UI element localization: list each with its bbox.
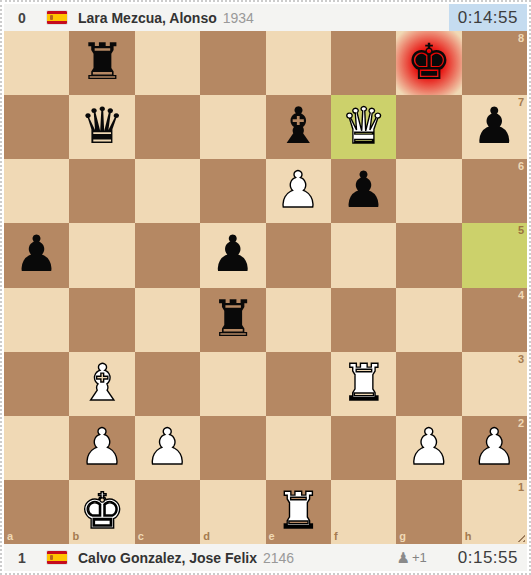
game-viewer: 0 Lara Mezcua, Alonso 1934 0:14:55 ♜♚8♛♝… <box>0 0 531 575</box>
square-e8[interactable] <box>266 31 331 95</box>
square-a4[interactable] <box>4 288 69 352</box>
square-b1[interactable]: ♚b <box>69 480 134 544</box>
rank-label-7: 7 <box>518 97 524 108</box>
bottom-player-clock: 0:15:55 <box>449 544 527 571</box>
square-c8[interactable] <box>135 31 200 95</box>
square-d3[interactable] <box>200 352 265 416</box>
square-d2[interactable] <box>200 416 265 480</box>
black-rook[interactable]: ♜ <box>210 294 255 344</box>
square-d1[interactable]: d <box>200 480 265 544</box>
rank-label-8: 8 <box>518 33 524 44</box>
player-bar-top: 0 Lara Mezcua, Alonso 1934 0:14:55 <box>4 4 527 31</box>
rank-label-6: 6 <box>518 161 524 172</box>
square-a8[interactable] <box>4 31 69 95</box>
spain-flag-icon <box>46 10 68 25</box>
square-h3[interactable]: 3 <box>462 352 527 416</box>
square-h5[interactable]: 5 <box>462 223 527 287</box>
square-h4[interactable]: 4 <box>462 288 527 352</box>
file-label-b: b <box>72 531 79 542</box>
white-king[interactable]: ♚ <box>80 486 125 536</box>
square-h7[interactable]: ♟7 <box>462 95 527 159</box>
file-label-c: c <box>138 531 144 542</box>
square-g1[interactable]: g <box>396 480 461 544</box>
chess-board: ♜♚8♛♝♛♟7♟♟6♟♟5♜4♝♜3♟♟♟♟2a♚bcd♜efg1h <box>4 31 527 544</box>
square-a5[interactable]: ♟ <box>4 223 69 287</box>
white-pawn[interactable]: ♟ <box>276 165 321 215</box>
bottom-player-score: 1 <box>4 550 40 566</box>
black-pawn[interactable]: ♟ <box>14 229 59 279</box>
square-g3[interactable] <box>396 352 461 416</box>
square-f4[interactable] <box>331 288 396 352</box>
square-g4[interactable] <box>396 288 461 352</box>
square-c6[interactable] <box>135 159 200 223</box>
square-e2[interactable] <box>266 416 331 480</box>
square-a2[interactable] <box>4 416 69 480</box>
white-rook[interactable]: ♜ <box>276 486 321 536</box>
square-b2[interactable]: ♟ <box>69 416 134 480</box>
square-d7[interactable] <box>200 95 265 159</box>
square-d6[interactable] <box>200 159 265 223</box>
material-advantage: ♟ +1 <box>396 550 426 565</box>
square-e7[interactable]: ♝ <box>266 95 331 159</box>
white-pawn[interactable]: ♟ <box>407 422 452 472</box>
black-queen[interactable]: ♛ <box>80 101 125 151</box>
square-g2[interactable]: ♟ <box>396 416 461 480</box>
rank-label-5: 5 <box>518 225 524 236</box>
square-e1[interactable]: ♜e <box>266 480 331 544</box>
square-a1[interactable]: a <box>4 480 69 544</box>
top-player-rating: 1934 <box>223 10 254 26</box>
white-queen[interactable]: ♛ <box>341 101 386 151</box>
material-value: +1 <box>412 550 427 565</box>
square-c5[interactable] <box>135 223 200 287</box>
square-d5[interactable]: ♟ <box>200 223 265 287</box>
rank-label-2: 2 <box>518 418 524 429</box>
white-bishop[interactable]: ♝ <box>80 358 125 408</box>
pawn-icon: ♟ <box>396 550 409 565</box>
spain-flag-icon <box>46 550 68 565</box>
square-b8[interactable]: ♜ <box>69 31 134 95</box>
square-b7[interactable]: ♛ <box>69 95 134 159</box>
square-b6[interactable] <box>69 159 134 223</box>
black-king[interactable]: ♚ <box>407 37 452 87</box>
white-pawn[interactable]: ♟ <box>472 422 517 472</box>
square-a3[interactable] <box>4 352 69 416</box>
square-c2[interactable]: ♟ <box>135 416 200 480</box>
top-player-name: Lara Mezcua, Alonso <box>78 10 217 26</box>
black-pawn[interactable]: ♟ <box>210 229 255 279</box>
file-label-h: h <box>465 531 472 542</box>
square-c3[interactable] <box>135 352 200 416</box>
square-e4[interactable] <box>266 288 331 352</box>
square-g5[interactable] <box>396 223 461 287</box>
bottom-player-name: Calvo Gonzalez, Jose Felix <box>78 550 257 566</box>
square-f7[interactable]: ♛ <box>331 95 396 159</box>
square-e6[interactable]: ♟ <box>266 159 331 223</box>
rank-label-1: 1 <box>518 482 524 493</box>
black-rook[interactable]: ♜ <box>80 37 125 87</box>
square-g6[interactable] <box>396 159 461 223</box>
square-b3[interactable]: ♝ <box>69 352 134 416</box>
file-label-g: g <box>399 531 406 542</box>
square-f2[interactable] <box>331 416 396 480</box>
square-c1[interactable]: c <box>135 480 200 544</box>
square-h1[interactable]: 1h <box>462 480 527 544</box>
square-f3[interactable]: ♜ <box>331 352 396 416</box>
file-label-f: f <box>334 531 338 542</box>
top-player-clock: 0:14:55 <box>449 4 527 31</box>
square-g7[interactable] <box>396 95 461 159</box>
black-pawn[interactable]: ♟ <box>341 165 386 215</box>
file-label-a: a <box>7 531 13 542</box>
square-b4[interactable] <box>69 288 134 352</box>
square-f6[interactable]: ♟ <box>331 159 396 223</box>
square-c4[interactable] <box>135 288 200 352</box>
white-pawn[interactable]: ♟ <box>145 422 190 472</box>
square-a6[interactable] <box>4 159 69 223</box>
square-c7[interactable] <box>135 95 200 159</box>
square-d8[interactable] <box>200 31 265 95</box>
square-h6[interactable]: 6 <box>462 159 527 223</box>
black-pawn[interactable]: ♟ <box>472 101 517 151</box>
black-bishop[interactable]: ♝ <box>276 101 321 151</box>
square-g8[interactable]: ♚ <box>396 31 461 95</box>
square-e3[interactable] <box>266 352 331 416</box>
square-d4[interactable]: ♜ <box>200 288 265 352</box>
square-f8[interactable] <box>331 31 396 95</box>
white-rook[interactable]: ♜ <box>341 358 386 408</box>
white-pawn[interactable]: ♟ <box>80 422 125 472</box>
top-player-score: 0 <box>4 10 40 26</box>
square-h2[interactable]: ♟2 <box>462 416 527 480</box>
square-f5[interactable] <box>331 223 396 287</box>
square-h8[interactable]: 8 <box>462 31 527 95</box>
player-bar-bottom: 1 Calvo Gonzalez, Jose Felix 2146 ♟ +1 0… <box>4 544 527 571</box>
rank-label-3: 3 <box>518 354 524 365</box>
square-f1[interactable]: f <box>331 480 396 544</box>
square-a7[interactable] <box>4 95 69 159</box>
square-b5[interactable] <box>69 223 134 287</box>
file-label-d: d <box>203 531 210 542</box>
bottom-player-rating: 2146 <box>263 550 294 566</box>
file-label-e: e <box>269 531 275 542</box>
square-e5[interactable] <box>266 223 331 287</box>
rank-label-4: 4 <box>518 290 524 301</box>
